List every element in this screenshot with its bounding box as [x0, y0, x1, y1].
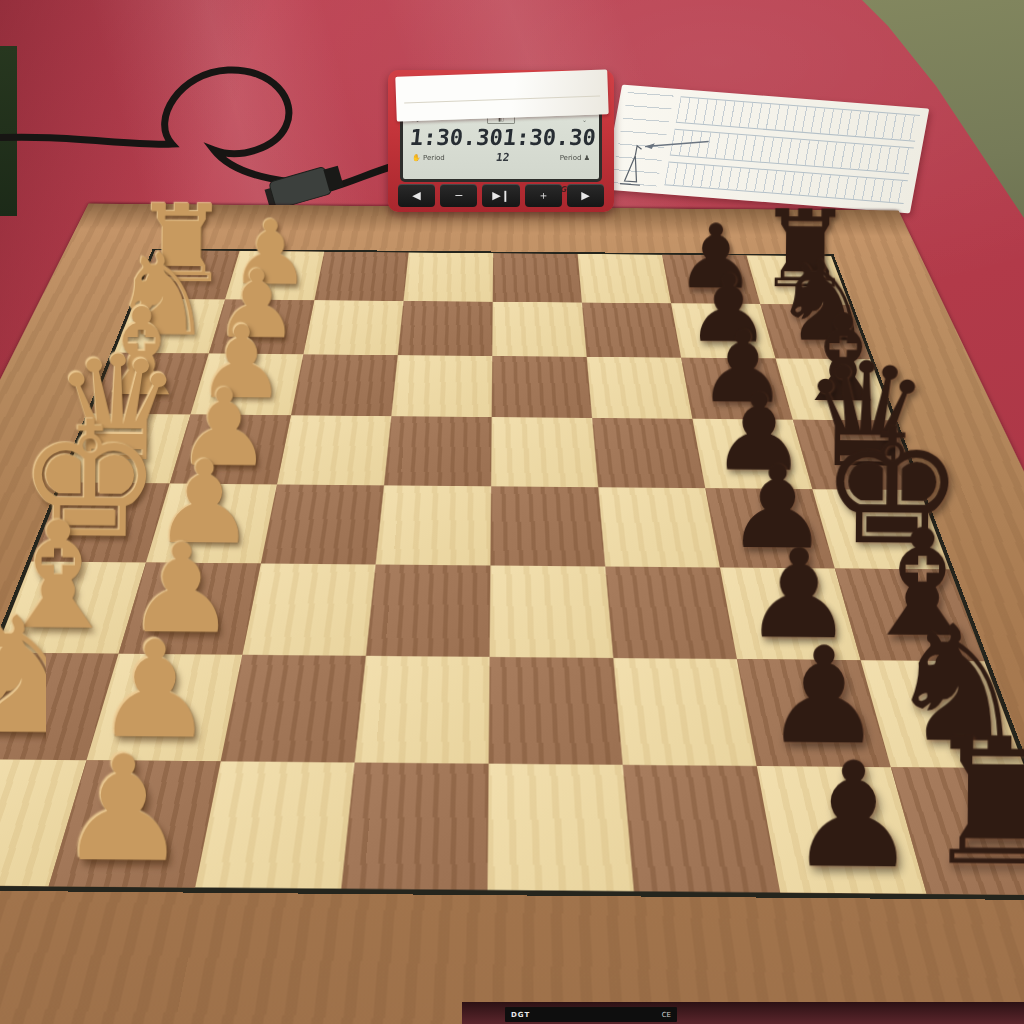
square-e5[interactable]: [490, 486, 605, 566]
square-g6[interactable]: [613, 658, 756, 766]
hand-icon: ✋: [412, 154, 421, 162]
square-c3[interactable]: [291, 354, 398, 416]
piece-black-pawn-h7[interactable]: ♟: [787, 743, 919, 890]
square-g5[interactable]: [489, 657, 623, 765]
square-b3[interactable]: [303, 300, 403, 355]
folded-paper: [395, 69, 608, 121]
square-h2[interactable]: ♟: [49, 760, 221, 887]
square-d3[interactable]: [277, 415, 391, 485]
square-a6[interactable]: [578, 254, 671, 303]
clock-button-forward[interactable]: ▶: [567, 184, 604, 207]
square-c6[interactable]: [587, 357, 693, 419]
chess-board-scene: ♜♟♟♜♞♟♟♞♝♟♟♝♛♟♟♛♚♟♟♚♝♟♟♝♞♟♟♞♜♟♟♜: [81, 203, 898, 1020]
device-label-brand: DGT: [511, 1011, 530, 1019]
lcd-counter: 12: [495, 151, 510, 164]
square-g4[interactable]: [355, 656, 490, 764]
chess-board: ♜♟♟♜♞♟♟♞♝♟♟♝♛♟♟♛♚♟♟♚♝♟♟♝♞♟♟♞♜♟♟♜: [0, 249, 1024, 901]
clock-button-plus[interactable]: ＋: [525, 184, 562, 207]
piece-white-pawn-h2[interactable]: ♟: [57, 737, 189, 884]
square-h4[interactable]: [341, 763, 488, 890]
square-b5[interactable]: [492, 302, 586, 357]
ce-mark: CE: [662, 1011, 671, 1019]
pawn-icon: ♟: [584, 154, 590, 162]
lcd-right-label: Period: [560, 154, 582, 162]
square-h6[interactable]: [623, 765, 780, 893]
square-h7[interactable]: ♟: [757, 766, 927, 894]
left-player-time: 1:30.30: [409, 125, 504, 150]
scoresheet-logo-icon: [620, 145, 647, 185]
square-a3[interactable]: [314, 252, 408, 301]
square-f6[interactable]: [605, 567, 737, 660]
scoresheet-arrow-icon: [645, 137, 709, 154]
clock-button-minus[interactable]: −: [440, 184, 477, 207]
square-a4[interactable]: [404, 253, 494, 302]
device-label: DGT CE: [505, 1007, 677, 1022]
square-a5[interactable]: [493, 253, 582, 302]
square-e3[interactable]: [261, 484, 384, 564]
square-h3[interactable]: [195, 761, 355, 888]
right-player-time: 1:30.30: [501, 125, 596, 150]
square-d4[interactable]: [384, 416, 492, 486]
clock-display: ⌄ ▮▯ ⌄ 1:30.30 1:30.30 ✋ Period 12 Perio…: [400, 110, 602, 182]
square-f4[interactable]: [366, 565, 490, 657]
clock-button-back[interactable]: ◀: [398, 184, 435, 207]
square-h5[interactable]: [488, 764, 634, 892]
board-frame: ♜♟♟♜♞♟♟♞♝♟♟♝♛♟♟♛♚♟♟♚♝♟♟♝♞♟♟♞♜♟♟♜: [0, 203, 1024, 1024]
square-f5[interactable]: [490, 566, 614, 659]
square-c4[interactable]: [391, 355, 492, 417]
square-d6[interactable]: [592, 418, 705, 488]
square-g3[interactable]: [221, 655, 366, 763]
piece-white-rook-h1[interactable]: ♜: [0, 706, 57, 883]
clock-button-playpause[interactable]: ▶❙: [482, 184, 519, 207]
square-c5[interactable]: [492, 356, 592, 418]
square-b6[interactable]: [582, 303, 681, 358]
piece-black-rook-h8[interactable]: ♜: [920, 715, 1024, 892]
lcd-tick-right: ⌄: [582, 116, 587, 123]
square-d5[interactable]: [491, 417, 598, 487]
square-e6[interactable]: [598, 487, 720, 567]
board-tilt: ♜♟♟♜♞♟♟♞♝♟♟♝♛♟♟♛♚♟♟♚♝♟♟♝♞♟♟♞♜♟♟♜: [0, 203, 1024, 1024]
square-b4[interactable]: [398, 301, 493, 356]
square-e4[interactable]: [376, 485, 492, 565]
square-f3[interactable]: [242, 563, 375, 655]
lcd-left-label: Period: [423, 154, 445, 162]
